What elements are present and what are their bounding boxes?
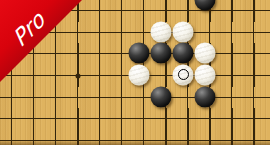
black-stone: [173, 43, 194, 64]
board-cell[interactable]: [23, 65, 45, 87]
board-cell[interactable]: [221, 0, 243, 22]
board-cell[interactable]: [155, 108, 177, 130]
board-cell[interactable]: [111, 108, 133, 130]
board-cell[interactable]: [67, 108, 89, 130]
black-stone: [151, 43, 172, 64]
board-cell[interactable]: [45, 108, 67, 130]
board-cell[interactable]: [177, 130, 199, 145]
board-cell[interactable]: [243, 130, 265, 145]
board-cell[interactable]: [111, 0, 133, 22]
go-app-screenshot: Pro: [0, 0, 270, 145]
board-cell[interactable]: [177, 108, 199, 130]
black-stone: [151, 86, 172, 107]
board-cell[interactable]: [1, 130, 23, 145]
board-cell[interactable]: [89, 43, 111, 65]
board-cell[interactable]: [199, 130, 221, 145]
board-cell[interactable]: [265, 108, 270, 130]
board-cell[interactable]: [133, 108, 155, 130]
board-cell[interactable]: [243, 108, 265, 130]
board-cell[interactable]: [45, 87, 67, 109]
board-cell[interactable]: [89, 130, 111, 145]
white-stone: [195, 64, 216, 85]
board-cell[interactable]: [111, 87, 133, 109]
board-cell[interactable]: [265, 43, 270, 65]
board-cell[interactable]: [221, 108, 243, 130]
board-cell[interactable]: [89, 108, 111, 130]
board-cell[interactable]: [155, 0, 177, 22]
board-cell[interactable]: [67, 22, 89, 44]
board-cell[interactable]: [199, 108, 221, 130]
board-cell[interactable]: [133, 130, 155, 145]
board-cell[interactable]: [45, 43, 67, 65]
last-move-circle-marker: [178, 69, 189, 80]
board-cell[interactable]: [221, 130, 243, 145]
star-point: [76, 73, 81, 78]
board-cell[interactable]: [111, 22, 133, 44]
board-cell[interactable]: [243, 65, 265, 87]
board-cell[interactable]: [23, 130, 45, 145]
white-stone: [129, 64, 150, 85]
board-cell[interactable]: [243, 87, 265, 109]
board-cell[interactable]: [89, 22, 111, 44]
board-cell[interactable]: [265, 87, 270, 109]
white-stone: [173, 64, 194, 85]
board-cell[interactable]: [199, 22, 221, 44]
board-cell[interactable]: [243, 43, 265, 65]
board-cell[interactable]: [243, 22, 265, 44]
board-cell[interactable]: [1, 108, 23, 130]
white-stone: [173, 21, 194, 42]
board-cell[interactable]: [221, 87, 243, 109]
board-cell[interactable]: [45, 65, 67, 87]
black-stone: [129, 43, 150, 64]
board-cell[interactable]: [111, 130, 133, 145]
board-cell[interactable]: [155, 130, 177, 145]
board-cell[interactable]: [89, 0, 111, 22]
board-cell[interactable]: [89, 65, 111, 87]
board-cell[interactable]: [133, 0, 155, 22]
board-cell[interactable]: [243, 0, 265, 22]
board-cell[interactable]: [221, 43, 243, 65]
board-cell[interactable]: [89, 87, 111, 109]
board-cell[interactable]: [265, 0, 270, 22]
board-cell[interactable]: [23, 87, 45, 109]
board-cell[interactable]: [265, 65, 270, 87]
black-stone: [195, 86, 216, 107]
white-stone: [151, 21, 172, 42]
board-cell[interactable]: [221, 22, 243, 44]
board-cell[interactable]: [67, 87, 89, 109]
board-cell[interactable]: [265, 22, 270, 44]
board-cell[interactable]: [1, 87, 23, 109]
board-cell[interactable]: [45, 130, 67, 145]
board-cell[interactable]: [23, 108, 45, 130]
board-cell[interactable]: [221, 65, 243, 87]
board-cell[interactable]: [67, 43, 89, 65]
board-cell[interactable]: [265, 130, 270, 145]
white-stone: [195, 43, 216, 64]
board-cell[interactable]: [67, 130, 89, 145]
